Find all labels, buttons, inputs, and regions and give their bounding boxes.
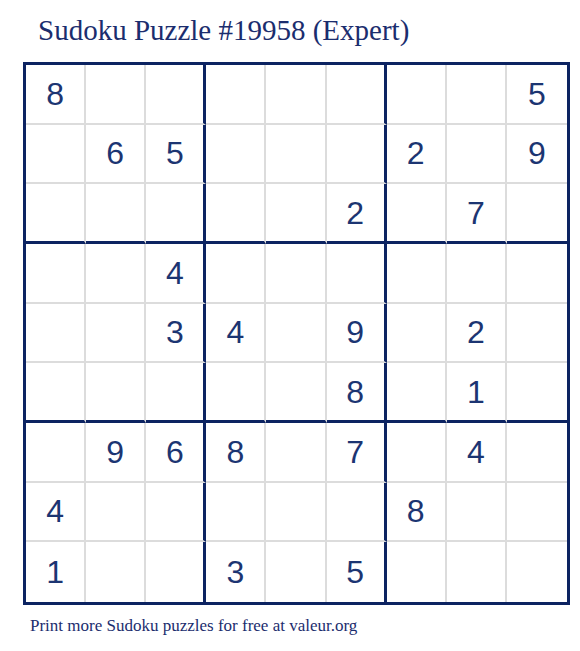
- cell-r9c8[interactable]: [447, 542, 507, 602]
- cell-r3c2[interactable]: [86, 184, 146, 244]
- cell-r2c3[interactable]: 5: [146, 125, 206, 185]
- cell-r4c9[interactable]: [507, 244, 567, 304]
- cell-r1c3[interactable]: [146, 65, 206, 125]
- cell-r9c3[interactable]: [146, 542, 206, 602]
- cell-r7c8[interactable]: 4: [447, 423, 507, 483]
- cell-r6c1[interactable]: [26, 363, 86, 423]
- cell-r3c9[interactable]: [507, 184, 567, 244]
- cell-r2c9[interactable]: 9: [507, 125, 567, 185]
- cell-r2c6[interactable]: [327, 125, 387, 185]
- cell-r5c1[interactable]: [26, 304, 86, 364]
- sudoku-board: 8565292743492819687448135: [23, 62, 570, 605]
- cell-r1c9[interactable]: 5: [507, 65, 567, 125]
- cell-r8c1[interactable]: 4: [26, 483, 86, 543]
- cell-r6c6[interactable]: 8: [327, 363, 387, 423]
- cell-r3c6[interactable]: 2: [327, 184, 387, 244]
- cell-r5c5[interactable]: [266, 304, 326, 364]
- cell-r5c3[interactable]: 3: [146, 304, 206, 364]
- cell-r4c1[interactable]: [26, 244, 86, 304]
- cell-r9c5[interactable]: [266, 542, 326, 602]
- cell-r6c9[interactable]: [507, 363, 567, 423]
- cell-r6c2[interactable]: [86, 363, 146, 423]
- cell-r1c5[interactable]: [266, 65, 326, 125]
- cell-r6c5[interactable]: [266, 363, 326, 423]
- cell-r9c1[interactable]: 1: [26, 542, 86, 602]
- cell-r4c3[interactable]: 4: [146, 244, 206, 304]
- page-title: Sudoku Puzzle #19958 (Expert): [38, 14, 409, 47]
- cell-r5c8[interactable]: 2: [447, 304, 507, 364]
- cell-r7c9[interactable]: [507, 423, 567, 483]
- cell-r4c2[interactable]: [86, 244, 146, 304]
- cell-r7c7[interactable]: [387, 423, 447, 483]
- cell-r7c3[interactable]: 6: [146, 423, 206, 483]
- cell-r9c9[interactable]: [507, 542, 567, 602]
- cell-r5c7[interactable]: [387, 304, 447, 364]
- cell-r8c6[interactable]: [327, 483, 387, 543]
- cell-r1c7[interactable]: [387, 65, 447, 125]
- cell-r9c7[interactable]: [387, 542, 447, 602]
- cell-r6c8[interactable]: 1: [447, 363, 507, 423]
- cell-r4c7[interactable]: [387, 244, 447, 304]
- cell-r1c4[interactable]: [206, 65, 266, 125]
- cell-r2c4[interactable]: [206, 125, 266, 185]
- cell-r2c7[interactable]: 2: [387, 125, 447, 185]
- cell-r8c9[interactable]: [507, 483, 567, 543]
- cell-r3c4[interactable]: [206, 184, 266, 244]
- cell-r8c7[interactable]: 8: [387, 483, 447, 543]
- cell-r6c3[interactable]: [146, 363, 206, 423]
- cell-r9c6[interactable]: 5: [327, 542, 387, 602]
- cell-r7c4[interactable]: 8: [206, 423, 266, 483]
- cell-r3c1[interactable]: [26, 184, 86, 244]
- cell-r7c2[interactable]: 9: [86, 423, 146, 483]
- cell-r2c1[interactable]: [26, 125, 86, 185]
- cell-r4c5[interactable]: [266, 244, 326, 304]
- cell-r2c2[interactable]: 6: [86, 125, 146, 185]
- cell-r8c4[interactable]: [206, 483, 266, 543]
- cell-r1c8[interactable]: [447, 65, 507, 125]
- cell-r2c8[interactable]: [447, 125, 507, 185]
- cell-r7c6[interactable]: 7: [327, 423, 387, 483]
- cell-r4c8[interactable]: [447, 244, 507, 304]
- cell-r2c5[interactable]: [266, 125, 326, 185]
- cell-r6c7[interactable]: [387, 363, 447, 423]
- sudoku-page: Sudoku Puzzle #19958 (Expert) 8565292743…: [0, 0, 580, 651]
- cell-r8c2[interactable]: [86, 483, 146, 543]
- cell-r5c2[interactable]: [86, 304, 146, 364]
- footer-text: Print more Sudoku puzzles for free at va…: [30, 616, 357, 636]
- cell-r1c2[interactable]: [86, 65, 146, 125]
- cell-r6c4[interactable]: [206, 363, 266, 423]
- cell-r3c7[interactable]: [387, 184, 447, 244]
- cell-r3c5[interactable]: [266, 184, 326, 244]
- cell-r8c5[interactable]: [266, 483, 326, 543]
- cell-r3c3[interactable]: [146, 184, 206, 244]
- cell-r5c4[interactable]: 4: [206, 304, 266, 364]
- cell-r9c4[interactable]: 3: [206, 542, 266, 602]
- cell-r5c6[interactable]: 9: [327, 304, 387, 364]
- cell-r7c5[interactable]: [266, 423, 326, 483]
- cell-r8c3[interactable]: [146, 483, 206, 543]
- cell-r5c9[interactable]: [507, 304, 567, 364]
- cell-r1c1[interactable]: 8: [26, 65, 86, 125]
- cell-r8c8[interactable]: [447, 483, 507, 543]
- cell-r7c1[interactable]: [26, 423, 86, 483]
- cell-r1c6[interactable]: [327, 65, 387, 125]
- cell-r3c8[interactable]: 7: [447, 184, 507, 244]
- cell-r4c4[interactable]: [206, 244, 266, 304]
- cell-r9c2[interactable]: [86, 542, 146, 602]
- cell-r4c6[interactable]: [327, 244, 387, 304]
